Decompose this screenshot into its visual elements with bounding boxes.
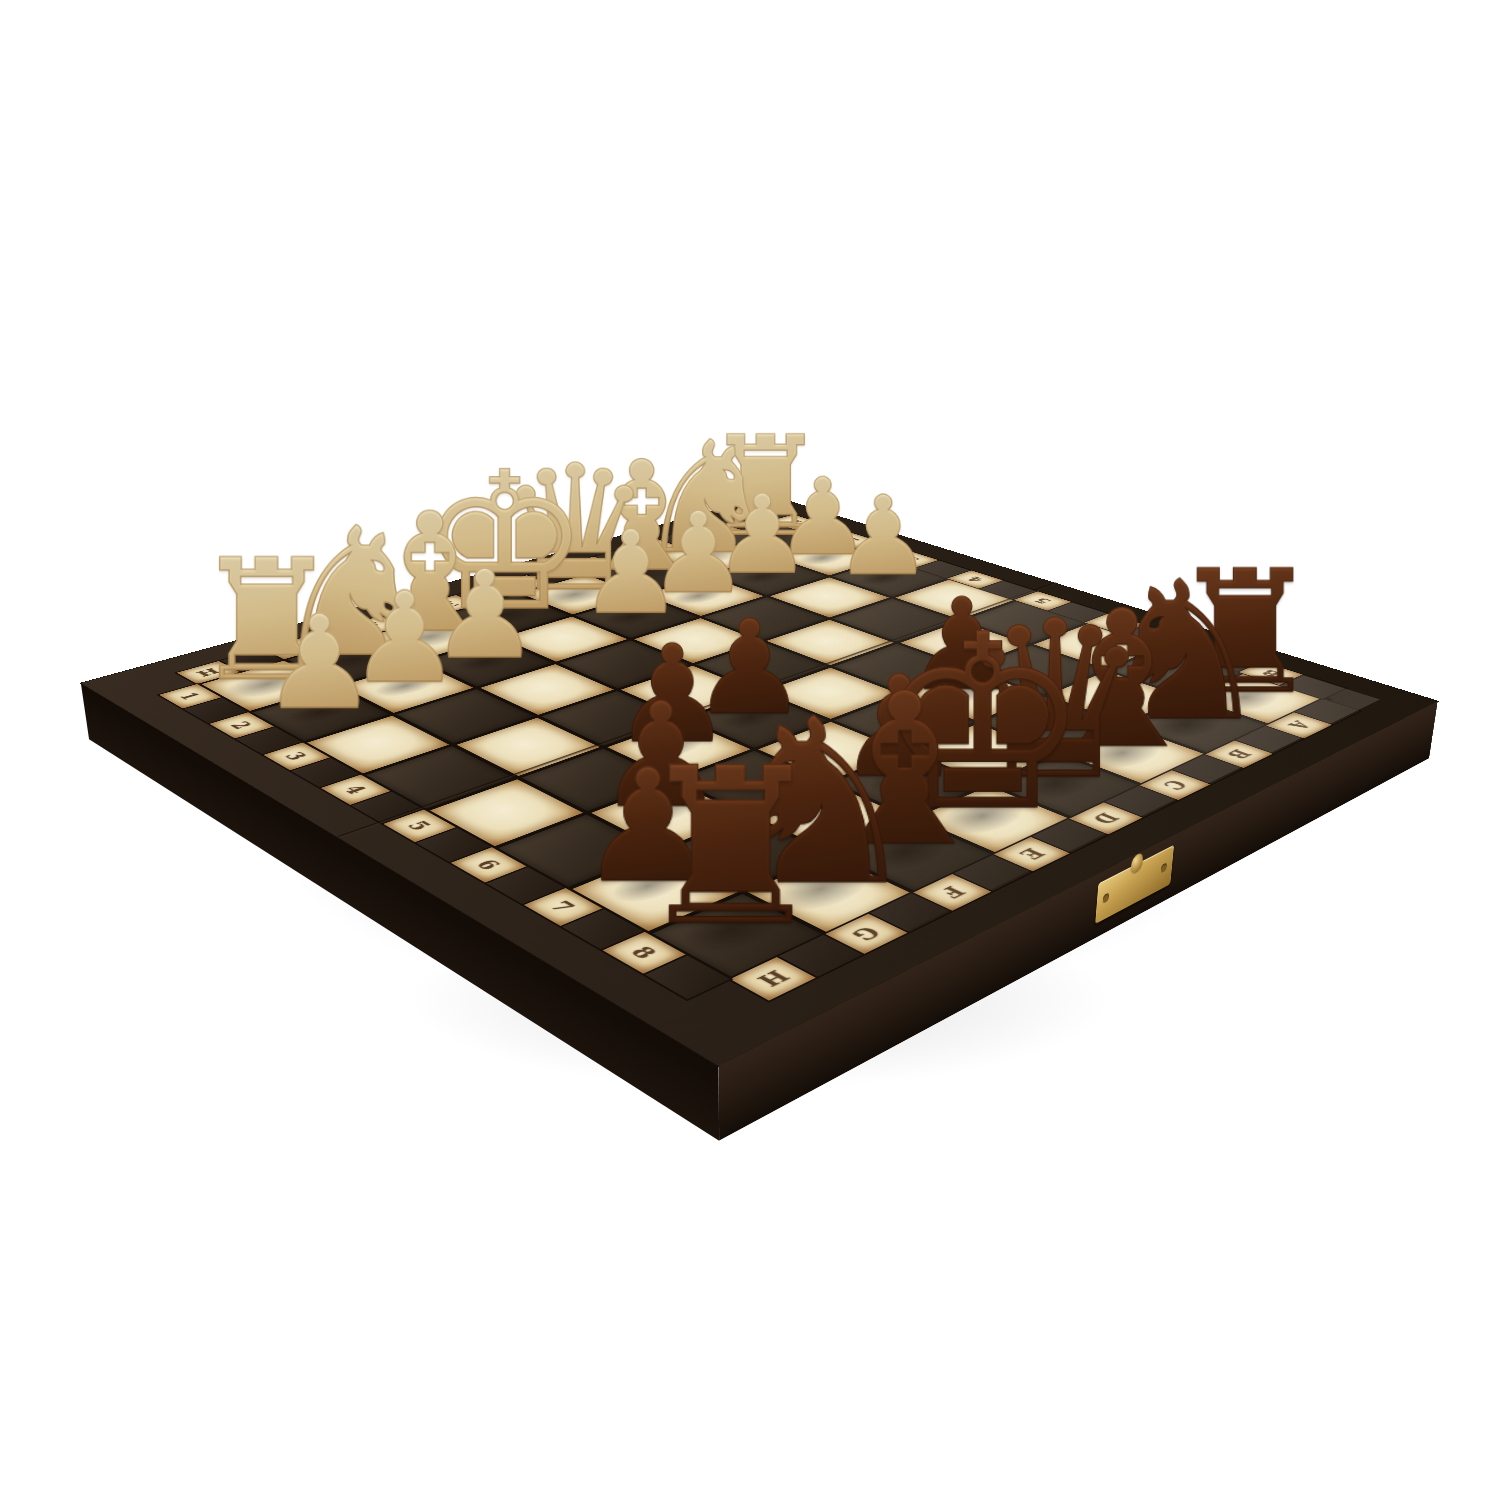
coord-label: 8: [625, 943, 664, 962]
latch-screw-icon: [1103, 892, 1110, 904]
chess-set-photo: HGFEDCBA HGFEDCBA 12345678 12345678 ♜♞♝♛…: [0, 0, 1500, 1500]
coord-label: 5: [402, 818, 437, 833]
coord-label: 3: [280, 750, 313, 763]
coord-label: H: [751, 967, 795, 990]
pawn-icon: ♟: [145, 598, 494, 727]
latch-screw-icon: [1161, 862, 1167, 873]
rook-icon: ♜: [512, 739, 950, 955]
coord-label: 2: [225, 719, 257, 731]
coord-label: 4: [339, 783, 373, 797]
latch-pin-icon[interactable]: [1131, 851, 1144, 874]
